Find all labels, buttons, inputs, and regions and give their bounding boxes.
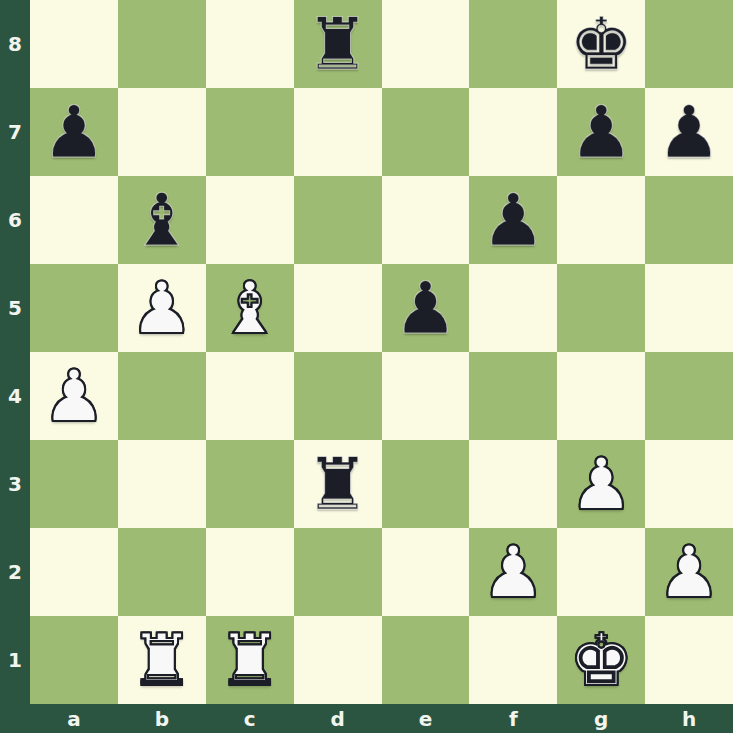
square-g8[interactable]: ♚ (557, 0, 645, 88)
square-c6[interactable] (206, 176, 294, 264)
square-a8[interactable] (30, 0, 118, 88)
square-e5[interactable]: ♟ (382, 264, 470, 352)
square-e7[interactable] (382, 88, 470, 176)
square-c2[interactable] (206, 528, 294, 616)
square-e4[interactable] (382, 352, 470, 440)
piece-black-pawn[interactable]: ♟ (569, 96, 634, 168)
square-a6[interactable] (30, 176, 118, 264)
square-d1[interactable] (294, 616, 382, 704)
square-e1[interactable] (382, 616, 470, 704)
square-a5[interactable] (30, 264, 118, 352)
file-label-a: a (30, 704, 118, 733)
square-e2[interactable] (382, 528, 470, 616)
rank-label-2: 2 (0, 528, 30, 616)
rank-label-8: 8 (0, 0, 30, 88)
piece-black-pawn[interactable]: ♟ (393, 272, 458, 344)
square-h2[interactable]: ♟ (645, 528, 733, 616)
square-b8[interactable] (118, 0, 206, 88)
piece-white-pawn[interactable]: ♟ (481, 536, 546, 608)
rank-label-3: 3 (0, 440, 30, 528)
square-a1[interactable] (30, 616, 118, 704)
piece-black-king[interactable]: ♚ (569, 8, 634, 80)
file-label-d: d (294, 704, 382, 733)
piece-white-pawn[interactable]: ♟ (657, 536, 722, 608)
square-a2[interactable] (30, 528, 118, 616)
square-b2[interactable] (118, 528, 206, 616)
square-c3[interactable] (206, 440, 294, 528)
piece-white-pawn[interactable]: ♟ (42, 360, 107, 432)
piece-black-rook[interactable]: ♜ (305, 448, 370, 520)
square-e3[interactable] (382, 440, 470, 528)
square-g3[interactable]: ♟ (557, 440, 645, 528)
square-f6[interactable]: ♟ (469, 176, 557, 264)
file-label-e: e (382, 704, 470, 733)
square-h4[interactable] (645, 352, 733, 440)
piece-black-rook[interactable]: ♜ (305, 8, 370, 80)
square-b4[interactable] (118, 352, 206, 440)
rank-label-7: 7 (0, 88, 30, 176)
square-g4[interactable] (557, 352, 645, 440)
square-b5[interactable]: ♟ (118, 264, 206, 352)
square-e6[interactable] (382, 176, 470, 264)
square-d7[interactable] (294, 88, 382, 176)
file-label-g: g (557, 704, 645, 733)
rank-label-4: 4 (0, 352, 30, 440)
square-a7[interactable]: ♟ (30, 88, 118, 176)
square-b7[interactable] (118, 88, 206, 176)
square-f1[interactable] (469, 616, 557, 704)
square-h3[interactable] (645, 440, 733, 528)
square-h5[interactable] (645, 264, 733, 352)
square-f7[interactable] (469, 88, 557, 176)
square-b6[interactable]: ♝ (118, 176, 206, 264)
piece-black-pawn[interactable]: ♟ (657, 96, 722, 168)
square-h7[interactable]: ♟ (645, 88, 733, 176)
square-d6[interactable] (294, 176, 382, 264)
file-label-f: f (469, 704, 557, 733)
square-h8[interactable] (645, 0, 733, 88)
square-f4[interactable] (469, 352, 557, 440)
square-f5[interactable] (469, 264, 557, 352)
square-c7[interactable] (206, 88, 294, 176)
square-c8[interactable] (206, 0, 294, 88)
square-d8[interactable]: ♜ (294, 0, 382, 88)
piece-white-rook[interactable]: ♜ (130, 624, 195, 696)
square-f2[interactable]: ♟ (469, 528, 557, 616)
piece-black-pawn[interactable]: ♟ (481, 184, 546, 256)
square-c4[interactable] (206, 352, 294, 440)
square-d3[interactable]: ♜ (294, 440, 382, 528)
square-c5[interactable]: ♝ (206, 264, 294, 352)
square-c1[interactable]: ♜ (206, 616, 294, 704)
piece-white-bishop[interactable]: ♝ (217, 272, 282, 344)
file-label-h: h (645, 704, 733, 733)
square-d5[interactable] (294, 264, 382, 352)
square-a4[interactable]: ♟ (30, 352, 118, 440)
chess-board: 8♜♚7♟♟♟6♝♟5♟♝♟4♟3♜♟2♟♟1♜♜♚abcdefgh (0, 0, 733, 733)
piece-black-bishop[interactable]: ♝ (130, 184, 195, 256)
piece-white-king[interactable]: ♚ (569, 624, 634, 696)
board-corner (0, 704, 30, 733)
piece-black-pawn[interactable]: ♟ (42, 96, 107, 168)
piece-white-pawn[interactable]: ♟ (569, 448, 634, 520)
rank-label-5: 5 (0, 264, 30, 352)
square-g1[interactable]: ♚ (557, 616, 645, 704)
square-b3[interactable] (118, 440, 206, 528)
piece-white-rook[interactable]: ♜ (217, 624, 282, 696)
file-label-b: b (118, 704, 206, 733)
square-g7[interactable]: ♟ (557, 88, 645, 176)
square-g5[interactable] (557, 264, 645, 352)
piece-white-pawn[interactable]: ♟ (130, 272, 195, 344)
square-e8[interactable] (382, 0, 470, 88)
rank-label-6: 6 (0, 176, 30, 264)
square-f3[interactable] (469, 440, 557, 528)
square-d4[interactable] (294, 352, 382, 440)
square-h6[interactable] (645, 176, 733, 264)
square-g6[interactable] (557, 176, 645, 264)
square-b1[interactable]: ♜ (118, 616, 206, 704)
square-f8[interactable] (469, 0, 557, 88)
rank-label-1: 1 (0, 616, 30, 704)
square-h1[interactable] (645, 616, 733, 704)
square-a3[interactable] (30, 440, 118, 528)
square-d2[interactable] (294, 528, 382, 616)
file-label-c: c (206, 704, 294, 733)
square-g2[interactable] (557, 528, 645, 616)
